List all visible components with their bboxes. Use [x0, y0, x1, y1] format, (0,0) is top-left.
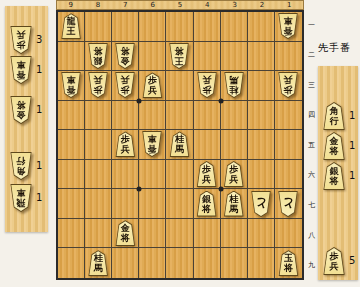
square-8-2[interactable]: 銀将	[85, 42, 112, 72]
square-1-2[interactable]	[275, 42, 302, 72]
square-8-7[interactable]	[85, 189, 112, 219]
file-label-8: 8	[84, 1, 111, 10]
square-3-8[interactable]	[221, 219, 248, 249]
square-6-6[interactable]	[139, 160, 166, 190]
piece-pp-1-7[interactable]: と	[277, 191, 299, 217]
square-1-9[interactable]: 玉将	[275, 248, 302, 278]
piece-p-4-3[interactable]: 歩兵	[196, 72, 218, 98]
piece-s-8-2[interactable]: 銀将	[87, 43, 109, 69]
square-3-5[interactable]	[221, 130, 248, 160]
file-label-7: 7	[112, 1, 139, 10]
square-7-5[interactable]: 歩兵	[112, 130, 139, 160]
file-labels: 987654321	[56, 0, 304, 10]
square-4-8[interactable]	[194, 219, 221, 249]
hoshi-dot	[218, 98, 223, 103]
file-label-9: 9	[57, 1, 84, 10]
piece-p-8-3[interactable]: 歩兵	[87, 72, 109, 98]
square-4-1[interactable]	[194, 12, 221, 42]
hand-piece-銀将[interactable]: 銀将	[322, 162, 346, 190]
hand-count-銀将: 1	[349, 170, 355, 181]
shogi-app: 987654321 龍王香車銀将金将王将香車歩兵歩兵歩兵歩兵桂馬歩兵歩兵香車桂馬…	[0, 0, 360, 287]
square-7-4[interactable]	[112, 101, 139, 131]
turn-indicator: 先手番	[318, 41, 351, 55]
square-2-5[interactable]	[248, 130, 275, 160]
piece-K-1-9[interactable]: 玉将	[277, 250, 299, 276]
sente-captured-stand: 角行1金将1銀将1歩兵5	[318, 66, 358, 280]
hand-count-金将: 1	[36, 104, 42, 115]
square-8-9[interactable]: 桂馬	[85, 248, 112, 278]
square-6-8[interactable]	[139, 219, 166, 249]
hand-piece-金将[interactable]: 金将	[322, 132, 346, 160]
square-5-6[interactable]	[166, 160, 193, 190]
square-6-9[interactable]	[139, 248, 166, 278]
piece-P-7-5[interactable]: 歩兵	[114, 131, 136, 157]
square-1-7[interactable]: と	[275, 189, 302, 219]
rank-label-1: 一	[306, 10, 317, 40]
square-4-9[interactable]	[194, 248, 221, 278]
square-1-6[interactable]	[275, 160, 302, 190]
file-label-1: 1	[276, 1, 303, 10]
hand-piece-歩兵[interactable]: 歩兵	[322, 247, 346, 275]
square-4-7[interactable]: 銀将	[194, 189, 221, 219]
square-8-4[interactable]	[85, 101, 112, 131]
rank-label-7: 七	[306, 190, 317, 220]
rank-label-6: 六	[306, 160, 317, 190]
hand-count-歩兵: 3	[36, 34, 42, 45]
square-5-9[interactable]	[166, 248, 193, 278]
board-grid: 龍王香車銀将金将王将香車歩兵歩兵歩兵歩兵桂馬歩兵歩兵香車桂馬歩兵歩兵銀将桂馬とと…	[58, 12, 302, 278]
square-6-1[interactable]	[139, 12, 166, 42]
square-1-8[interactable]	[275, 219, 302, 249]
file-label-5: 5	[166, 1, 193, 10]
hand-count-角行: 1	[36, 160, 42, 171]
square-8-6[interactable]	[85, 160, 112, 190]
hand-count-香車: 1	[36, 64, 42, 75]
square-1-3[interactable]: 歩兵	[275, 71, 302, 101]
square-3-9[interactable]	[221, 248, 248, 278]
piece-pR-9-1[interactable]: 龍王	[60, 13, 82, 39]
square-8-8[interactable]	[85, 219, 112, 249]
file-label-4: 4	[194, 1, 221, 10]
square-6-7[interactable]	[139, 189, 166, 219]
piece-P-4-6[interactable]: 歩兵	[196, 161, 218, 187]
piece-N-5-5[interactable]: 桂馬	[168, 131, 190, 157]
hand-count-飛車: 1	[36, 192, 42, 203]
square-9-4[interactable]	[58, 101, 85, 131]
piece-l-1-1[interactable]: 香車	[277, 13, 299, 39]
square-3-7[interactable]: 桂馬	[221, 189, 248, 219]
square-2-3[interactable]	[248, 71, 275, 101]
square-4-6[interactable]: 歩兵	[194, 160, 221, 190]
square-3-3[interactable]: 桂馬	[221, 71, 248, 101]
square-4-2[interactable]	[194, 42, 221, 72]
piece-pp-2-7[interactable]: と	[250, 191, 272, 217]
gote-captured-stand: 歩兵3香車1金将1角行1飛車1	[5, 6, 48, 232]
square-9-9[interactable]	[58, 248, 85, 278]
square-5-5[interactable]: 桂馬	[166, 130, 193, 160]
hand-piece-香車[interactable]: 香車	[9, 56, 33, 84]
file-label-3: 3	[221, 1, 248, 10]
square-1-5[interactable]	[275, 130, 302, 160]
square-2-6[interactable]	[248, 160, 275, 190]
square-9-2[interactable]	[58, 42, 85, 72]
hand-piece-角行[interactable]: 角行	[9, 152, 33, 180]
piece-N-3-7[interactable]: 桂馬	[223, 191, 245, 217]
square-5-1[interactable]	[166, 12, 193, 42]
square-7-1[interactable]	[112, 12, 139, 42]
rank-label-4: 四	[306, 100, 317, 130]
square-1-4[interactable]	[275, 101, 302, 131]
square-2-9[interactable]	[248, 248, 275, 278]
hand-count-歩兵: 5	[349, 255, 355, 266]
hoshi-dot	[137, 98, 142, 103]
file-label-6: 6	[139, 1, 166, 10]
square-3-6[interactable]: 歩兵	[221, 160, 248, 190]
rank-label-3: 三	[306, 70, 317, 100]
square-2-2[interactable]	[248, 42, 275, 72]
square-2-8[interactable]	[248, 219, 275, 249]
square-9-1[interactable]: 龍王	[58, 12, 85, 42]
square-7-7[interactable]	[112, 189, 139, 219]
square-1-1[interactable]: 香車	[275, 12, 302, 42]
square-5-4[interactable]	[166, 101, 193, 131]
square-4-5[interactable]	[194, 130, 221, 160]
square-7-9[interactable]	[112, 248, 139, 278]
hand-count-角行: 1	[349, 110, 355, 121]
square-7-2[interactable]: 金将	[112, 42, 139, 72]
square-2-1[interactable]	[248, 12, 275, 42]
hand-piece-飛車[interactable]: 飛車	[9, 184, 33, 212]
piece-l-6-5[interactable]: 香車	[141, 131, 163, 157]
square-6-2[interactable]	[139, 42, 166, 72]
hand-piece-角行[interactable]: 角行	[322, 102, 346, 130]
piece-l-9-3[interactable]: 香車	[60, 72, 82, 98]
square-6-3[interactable]: 歩兵	[139, 71, 166, 101]
square-9-5[interactable]	[58, 130, 85, 160]
square-8-1[interactable]	[85, 12, 112, 42]
piece-P-6-3[interactable]: 歩兵	[141, 72, 163, 98]
piece-N-8-9[interactable]: 桂馬	[87, 250, 109, 276]
hand-piece-歩兵[interactable]: 歩兵	[9, 26, 33, 54]
piece-p-1-3[interactable]: 歩兵	[277, 72, 299, 98]
rank-label-9: 九	[306, 250, 317, 280]
piece-p-7-3[interactable]: 歩兵	[114, 72, 136, 98]
piece-k-5-2[interactable]: 王将	[168, 43, 190, 69]
square-4-3[interactable]: 歩兵	[194, 71, 221, 101]
square-9-6[interactable]	[58, 160, 85, 190]
piece-g-7-2[interactable]: 金将	[114, 43, 136, 69]
square-7-8[interactable]: 金将	[112, 219, 139, 249]
square-2-4[interactable]	[248, 101, 275, 131]
square-9-8[interactable]	[58, 219, 85, 249]
square-5-7[interactable]	[166, 189, 193, 219]
square-3-4[interactable]	[221, 101, 248, 131]
square-7-6[interactable]	[112, 160, 139, 190]
piece-G-7-8[interactable]: 金将	[114, 220, 136, 246]
rank-label-5: 五	[306, 130, 317, 160]
square-5-3[interactable]	[166, 71, 193, 101]
square-8-5[interactable]	[85, 130, 112, 160]
square-3-2[interactable]	[221, 42, 248, 72]
square-6-4[interactable]	[139, 101, 166, 131]
hand-piece-金将[interactable]: 金将	[9, 96, 33, 124]
piece-S-4-7[interactable]: 銀将	[196, 191, 218, 217]
rank-label-8: 八	[306, 220, 317, 250]
square-2-7[interactable]: と	[248, 189, 275, 219]
hand-count-金将: 1	[349, 140, 355, 151]
square-4-4[interactable]	[194, 101, 221, 131]
square-5-2[interactable]: 王将	[166, 42, 193, 72]
square-8-3[interactable]: 歩兵	[85, 71, 112, 101]
square-5-8[interactable]	[166, 219, 193, 249]
piece-n-3-3[interactable]: 桂馬	[223, 72, 245, 98]
file-label-2: 2	[248, 1, 275, 10]
square-9-3[interactable]: 香車	[58, 71, 85, 101]
hoshi-dot	[218, 187, 223, 192]
shogi-board: 龍王香車銀将金将王将香車歩兵歩兵歩兵歩兵桂馬歩兵歩兵香車桂馬歩兵歩兵銀将桂馬とと…	[56, 10, 304, 280]
square-6-5[interactable]: 香車	[139, 130, 166, 160]
piece-P-3-6[interactable]: 歩兵	[223, 161, 245, 187]
square-9-7[interactable]	[58, 189, 85, 219]
rank-label-2: 二	[306, 40, 317, 70]
square-7-3[interactable]: 歩兵	[112, 71, 139, 101]
square-3-1[interactable]	[221, 12, 248, 42]
rank-labels: 一二三四五六七八九	[306, 10, 317, 280]
hoshi-dot	[137, 187, 142, 192]
